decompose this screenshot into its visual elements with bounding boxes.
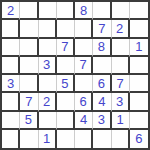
cell-r6c6: 4	[93, 93, 111, 111]
cell-r7c4[interactable]	[57, 112, 75, 130]
cell-r6c4[interactable]	[57, 93, 75, 111]
cell-r2c5[interactable]	[75, 20, 93, 38]
cell-r2c2[interactable]	[20, 20, 38, 38]
cell-r3c4: 7	[57, 39, 75, 57]
cell-r8c5[interactable]	[75, 130, 93, 148]
cell-r5c2[interactable]	[20, 75, 38, 93]
cell-r1c4[interactable]	[57, 2, 75, 20]
cell-r1c6[interactable]	[93, 2, 111, 20]
cell-r2c8[interactable]	[130, 20, 148, 38]
cell-r7c2: 5	[20, 112, 38, 130]
cell-r2c4[interactable]	[57, 20, 75, 38]
cell-r3c3[interactable]	[39, 39, 57, 57]
cell-r7c5: 4	[75, 112, 93, 130]
cell-r6c5: 6	[75, 93, 93, 111]
cell-r4c1[interactable]	[2, 57, 20, 75]
cell-r5c8[interactable]	[130, 75, 148, 93]
cell-r8c1[interactable]	[2, 130, 20, 148]
cell-r8c4[interactable]	[57, 130, 75, 148]
cell-r3c7[interactable]	[112, 39, 130, 57]
cell-r1c8[interactable]	[130, 2, 148, 20]
cell-r4c4[interactable]	[57, 57, 75, 75]
cell-r4c8[interactable]	[130, 57, 148, 75]
cell-r8c2[interactable]	[20, 130, 38, 148]
cell-r8c3: 1	[39, 130, 57, 148]
cell-r6c8[interactable]	[130, 93, 148, 111]
cell-r3c6: 8	[93, 39, 111, 57]
cell-r7c8[interactable]	[130, 112, 148, 130]
cell-r5c5[interactable]	[75, 75, 93, 93]
cell-r7c1[interactable]	[2, 112, 20, 130]
cell-r1c5: 8	[75, 2, 93, 20]
cell-r7c7: 1	[112, 112, 130, 130]
cell-r3c5[interactable]	[75, 39, 93, 57]
cell-r6c3: 2	[39, 93, 57, 111]
cell-r4c6[interactable]	[93, 57, 111, 75]
cell-r7c6: 3	[93, 112, 111, 130]
cell-r3c1[interactable]	[2, 39, 20, 57]
cell-r2c3[interactable]	[39, 20, 57, 38]
cell-r6c1[interactable]	[2, 93, 20, 111]
cell-r5c7: 7	[112, 75, 130, 93]
cell-r5c3[interactable]	[39, 75, 57, 93]
cell-r1c1: 2	[2, 2, 20, 20]
cell-r3c2[interactable]	[20, 39, 38, 57]
cell-r4c2[interactable]	[20, 57, 38, 75]
cell-r3c8: 1	[130, 39, 148, 57]
cell-r8c7[interactable]	[112, 130, 130, 148]
cell-r4c7[interactable]	[112, 57, 130, 75]
cell-r5c1: 3	[2, 75, 20, 93]
cell-r8c6[interactable]	[93, 130, 111, 148]
cell-r4c3: 3	[39, 57, 57, 75]
cell-r2c7: 2	[112, 20, 130, 38]
cell-r6c2: 7	[20, 93, 38, 111]
cell-r2c6: 7	[93, 20, 111, 38]
cell-r1c7[interactable]	[112, 2, 130, 20]
cell-r7c3[interactable]	[39, 112, 57, 130]
cell-r8c8: 6	[130, 130, 148, 148]
cell-r1c3[interactable]	[39, 2, 57, 20]
cell-r5c6: 6	[93, 75, 111, 93]
cell-r6c7: 3	[112, 93, 130, 111]
cell-r4c5: 7	[75, 57, 93, 75]
cell-r5c4: 5	[57, 75, 75, 93]
cell-r2c1[interactable]	[2, 20, 20, 38]
cell-r1c2[interactable]	[20, 2, 38, 20]
sudoku-board: 287278137356772643543116	[0, 0, 150, 150]
